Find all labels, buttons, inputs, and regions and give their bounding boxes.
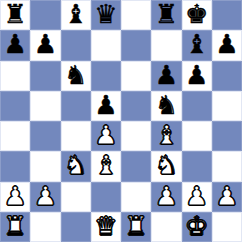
black-rook-piece[interactable]: ♜ (3, 0, 26, 29)
square-g2[interactable]: ♟ (182, 182, 212, 212)
square-g4[interactable] (182, 121, 212, 151)
square-c6[interactable]: ♞ (61, 61, 91, 91)
square-e1[interactable]: ♜ (121, 212, 151, 242)
white-bishop-piece[interactable]: ♝ (155, 121, 178, 150)
square-a6[interactable] (0, 61, 30, 91)
square-b2[interactable]: ♟ (30, 182, 60, 212)
square-b5[interactable] (30, 91, 60, 121)
square-a1[interactable]: ♜ (0, 212, 30, 242)
white-pawn-piece[interactable]: ♟ (3, 182, 26, 211)
square-g6[interactable]: ♟ (182, 61, 212, 91)
square-a8[interactable]: ♜ (0, 0, 30, 30)
square-d7[interactable] (91, 30, 121, 60)
black-pawn-piece[interactable]: ♟ (94, 91, 117, 120)
square-f8[interactable]: ♜ (151, 0, 181, 30)
square-e4[interactable] (121, 121, 151, 151)
square-e7[interactable] (121, 30, 151, 60)
square-h4[interactable] (212, 121, 242, 151)
square-b4[interactable] (30, 121, 60, 151)
black-pawn-piece[interactable]: ♟ (185, 61, 208, 90)
square-d3[interactable]: ♝ (91, 151, 121, 181)
white-bishop-piece[interactable]: ♝ (94, 151, 117, 180)
square-d1[interactable]: ♛ (91, 212, 121, 242)
square-h3[interactable] (212, 151, 242, 181)
black-rook-piece[interactable]: ♜ (155, 0, 178, 29)
square-d4[interactable]: ♟ (91, 121, 121, 151)
square-h2[interactable]: ♟ (212, 182, 242, 212)
square-b1[interactable] (30, 212, 60, 242)
white-pawn-piece[interactable]: ♟ (155, 182, 178, 211)
square-a3[interactable] (0, 151, 30, 181)
square-f2[interactable]: ♟ (151, 182, 181, 212)
square-a2[interactable]: ♟ (0, 182, 30, 212)
square-g3[interactable] (182, 151, 212, 181)
square-a4[interactable] (0, 121, 30, 151)
white-knight-piece[interactable]: ♞ (64, 151, 87, 180)
white-pawn-piece[interactable]: ♟ (185, 182, 208, 211)
square-b3[interactable] (30, 151, 60, 181)
square-d8[interactable]: ♛ (91, 0, 121, 30)
white-pawn-piece[interactable]: ♟ (215, 182, 238, 211)
black-knight-piece[interactable]: ♞ (64, 61, 87, 90)
black-king-piece[interactable]: ♚ (185, 0, 208, 29)
square-e6[interactable] (121, 61, 151, 91)
square-h6[interactable] (212, 61, 242, 91)
square-g5[interactable] (182, 91, 212, 121)
square-c3[interactable]: ♞ (61, 151, 91, 181)
square-g1[interactable]: ♚ (182, 212, 212, 242)
square-f3[interactable]: ♞ (151, 151, 181, 181)
white-queen-piece[interactable]: ♛ (94, 212, 117, 241)
square-h8[interactable] (212, 0, 242, 30)
square-c1[interactable] (61, 212, 91, 242)
square-f4[interactable]: ♝ (151, 121, 181, 151)
square-b7[interactable]: ♟ (30, 30, 60, 60)
square-c4[interactable] (61, 121, 91, 151)
square-a5[interactable] (0, 91, 30, 121)
black-queen-piece[interactable]: ♛ (94, 0, 117, 29)
white-rook-piece[interactable]: ♜ (124, 212, 147, 241)
white-pawn-piece[interactable]: ♟ (34, 182, 57, 211)
chess-board: ♜♝♛♜♚♟♟♝♟♞♟♟♟♞♟♝♞♝♞♟♟♟♟♟♜♛♜♚ (0, 0, 242, 242)
square-d6[interactable] (91, 61, 121, 91)
square-c5[interactable] (61, 91, 91, 121)
square-f6[interactable]: ♟ (151, 61, 181, 91)
square-e5[interactable] (121, 91, 151, 121)
square-d5[interactable]: ♟ (91, 91, 121, 121)
square-b8[interactable] (30, 0, 60, 30)
square-c7[interactable] (61, 30, 91, 60)
white-pawn-piece[interactable]: ♟ (94, 121, 117, 150)
black-bishop-piece[interactable]: ♝ (64, 0, 87, 29)
square-f7[interactable] (151, 30, 181, 60)
black-bishop-piece[interactable]: ♝ (185, 30, 208, 59)
black-pawn-piece[interactable]: ♟ (34, 30, 57, 59)
square-d2[interactable] (91, 182, 121, 212)
square-e8[interactable] (121, 0, 151, 30)
square-g7[interactable]: ♝ (182, 30, 212, 60)
white-knight-piece[interactable]: ♞ (155, 151, 178, 180)
black-knight-piece[interactable]: ♞ (155, 91, 178, 120)
square-e2[interactable] (121, 182, 151, 212)
white-king-piece[interactable]: ♚ (185, 212, 208, 241)
square-f1[interactable] (151, 212, 181, 242)
square-h7[interactable]: ♟ (212, 30, 242, 60)
square-h5[interactable] (212, 91, 242, 121)
black-pawn-piece[interactable]: ♟ (215, 30, 238, 59)
square-b6[interactable] (30, 61, 60, 91)
square-c2[interactable] (61, 182, 91, 212)
black-pawn-piece[interactable]: ♟ (155, 61, 178, 90)
white-rook-piece[interactable]: ♜ (3, 212, 26, 241)
square-g8[interactable]: ♚ (182, 0, 212, 30)
black-pawn-piece[interactable]: ♟ (3, 30, 26, 59)
square-f5[interactable]: ♞ (151, 91, 181, 121)
square-e3[interactable] (121, 151, 151, 181)
square-a7[interactable]: ♟ (0, 30, 30, 60)
square-h1[interactable] (212, 212, 242, 242)
square-c8[interactable]: ♝ (61, 0, 91, 30)
